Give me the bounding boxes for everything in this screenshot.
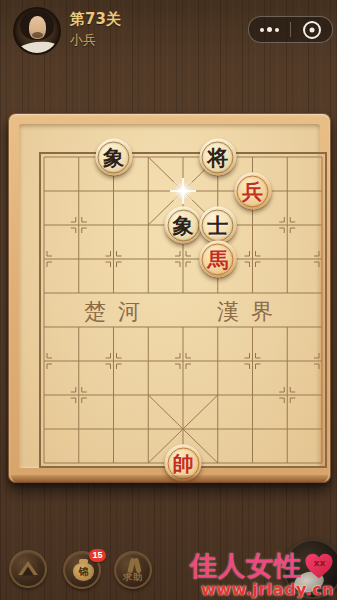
money-bag-char: 锦	[79, 567, 89, 577]
piece-black-elephant[interactable]: 象	[95, 139, 132, 176]
piece-black-elephant[interactable]: 象	[165, 207, 202, 244]
piece-layer[interactable]: 象将兵象士馬帥	[44, 157, 322, 463]
piece-red-soldier[interactable]: 兵	[234, 173, 271, 210]
xiangqi-board-panel: 楚河 漢界 象将兵象士馬帥	[8, 113, 331, 483]
panda-button[interactable]	[283, 539, 337, 599]
player-name: 小兵	[70, 31, 96, 49]
help-label: 求助	[116, 571, 150, 584]
double-chevron-up-icon-inner	[22, 566, 34, 575]
avatar-face	[29, 16, 46, 39]
more-icon	[260, 27, 279, 32]
sparkle-effect	[170, 178, 196, 204]
miniprogram-capsule	[248, 16, 333, 43]
more-button[interactable]	[249, 17, 290, 42]
hint-count-badge: 15	[89, 549, 106, 562]
money-bag-icon: 锦	[73, 563, 94, 581]
board-field[interactable]: 楚河 漢界 象将兵象士馬帥	[19, 124, 320, 468]
piece-red-horse[interactable]: 馬	[199, 241, 236, 278]
collapse-button[interactable]	[9, 550, 47, 588]
hint-bag-button[interactable]: 锦 15	[63, 551, 101, 589]
piece-black-advisor[interactable]: 士	[199, 207, 236, 244]
level-label: 第73关	[70, 10, 121, 29]
piece-black-general[interactable]: 将	[199, 139, 236, 176]
close-home-button[interactable]	[291, 17, 332, 42]
help-button[interactable]: 求助	[114, 551, 152, 589]
app-screen: 第73关 小兵	[0, 0, 337, 600]
piece-red-general[interactable]: 帥	[165, 445, 202, 482]
avatar-robe	[14, 39, 60, 55]
player-avatar	[13, 7, 61, 55]
circle-dot-icon	[303, 21, 321, 39]
